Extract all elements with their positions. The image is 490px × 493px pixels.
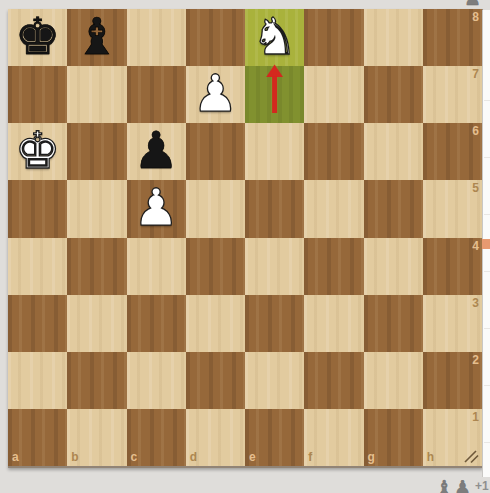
file-label-c: c <box>131 451 138 463</box>
square-f8[interactable] <box>304 9 363 66</box>
captured-bishop-icon: ♝ <box>436 476 453 493</box>
rank-label-6: 6 <box>472 125 479 137</box>
scroll-position-marker[interactable] <box>482 239 490 249</box>
square-h8[interactable]: 8 <box>423 9 482 66</box>
square-f2[interactable] <box>304 352 363 409</box>
square-f4[interactable] <box>304 238 363 295</box>
square-a6[interactable]: ♚ <box>8 123 67 180</box>
file-label-d: d <box>190 451 197 463</box>
square-d1[interactable]: d <box>186 409 245 466</box>
strip-divider <box>484 100 490 101</box>
square-f1[interactable]: f <box>304 409 363 466</box>
square-a2[interactable] <box>8 352 67 409</box>
square-c8[interactable] <box>127 9 186 66</box>
square-e5[interactable] <box>245 180 304 237</box>
square-c6[interactable]: ♟ <box>127 123 186 180</box>
file-label-f: f <box>308 451 312 463</box>
square-h3[interactable]: 3 <box>423 295 482 352</box>
square-d8[interactable] <box>186 9 245 66</box>
black-bishop[interactable]: ♝ <box>74 11 120 62</box>
square-e6[interactable] <box>245 123 304 180</box>
square-d7[interactable]: ♟ <box>186 66 245 123</box>
strip-divider <box>484 271 490 272</box>
square-b8[interactable]: ♝ <box>67 9 126 66</box>
square-c2[interactable] <box>127 352 186 409</box>
square-d5[interactable] <box>186 180 245 237</box>
black-pawn[interactable]: ♟ <box>133 125 179 176</box>
square-a8[interactable]: ♚ <box>8 9 67 66</box>
square-b6[interactable] <box>67 123 126 180</box>
square-c1[interactable]: c <box>127 409 186 466</box>
chess-app-viewport: ♚♝♞8♟7♚♟6♟5432abcdefg1h ♟ ♝♟+1 <box>0 0 490 493</box>
file-label-e: e <box>249 451 256 463</box>
square-a3[interactable] <box>8 295 67 352</box>
strip-divider <box>484 385 490 386</box>
square-d4[interactable] <box>186 238 245 295</box>
strip-divider <box>484 328 490 329</box>
square-d3[interactable] <box>186 295 245 352</box>
black-king[interactable]: ♚ <box>15 11 61 62</box>
square-h4[interactable]: 4 <box>423 238 482 295</box>
square-e3[interactable] <box>245 295 304 352</box>
square-a4[interactable] <box>8 238 67 295</box>
square-c3[interactable] <box>127 295 186 352</box>
square-h7[interactable]: 7 <box>423 66 482 123</box>
rank-label-2: 2 <box>472 354 479 366</box>
square-h6[interactable]: 6 <box>423 123 482 180</box>
material-advantage-badge: +1 <box>475 479 489 493</box>
square-c7[interactable] <box>127 66 186 123</box>
square-g3[interactable] <box>364 295 423 352</box>
white-pawn[interactable]: ♟ <box>133 182 179 233</box>
strip-divider <box>484 157 490 158</box>
board-grid: ♚♝♞8♟7♚♟6♟5432abcdefg1h <box>8 9 482 466</box>
square-f3[interactable] <box>304 295 363 352</box>
square-c4[interactable] <box>127 238 186 295</box>
rank-label-1: 1 <box>472 411 479 423</box>
square-a5[interactable] <box>8 180 67 237</box>
square-b3[interactable] <box>67 295 126 352</box>
captured-piece-icon: ♟ <box>464 0 481 9</box>
file-label-g: g <box>368 451 375 463</box>
square-e2[interactable] <box>245 352 304 409</box>
captured-tray-top: ♟ <box>464 0 482 10</box>
rank-label-5: 5 <box>472 182 479 194</box>
square-g7[interactable] <box>364 66 423 123</box>
square-e8[interactable]: ♞ <box>245 9 304 66</box>
square-d6[interactable] <box>186 123 245 180</box>
square-b4[interactable] <box>67 238 126 295</box>
square-e4[interactable] <box>245 238 304 295</box>
strip-divider <box>484 442 490 443</box>
square-g8[interactable] <box>364 9 423 66</box>
square-g2[interactable] <box>364 352 423 409</box>
square-b5[interactable] <box>67 180 126 237</box>
rank-label-7: 7 <box>472 68 479 80</box>
strip-divider <box>484 214 490 215</box>
file-label-a: a <box>12 451 19 463</box>
file-label-b: b <box>71 451 78 463</box>
square-d2[interactable] <box>186 352 245 409</box>
captured-tray-bottom: ♝♟+1 <box>436 476 489 493</box>
captured-piece-icons: ♝♟ <box>436 479 472 493</box>
chess-board: ♚♝♞8♟7♚♟6♟5432abcdefg1h <box>8 9 483 468</box>
white-knight[interactable]: ♞ <box>252 11 298 62</box>
square-a1[interactable]: a <box>8 409 67 466</box>
square-b7[interactable] <box>67 66 126 123</box>
square-f5[interactable] <box>304 180 363 237</box>
file-label-h: h <box>427 451 434 463</box>
captured-pawn-icon: ♟ <box>454 476 471 493</box>
square-h5[interactable]: 5 <box>423 180 482 237</box>
square-b1[interactable]: b <box>67 409 126 466</box>
square-g4[interactable] <box>364 238 423 295</box>
square-g6[interactable] <box>364 123 423 180</box>
square-c5[interactable]: ♟ <box>127 180 186 237</box>
square-f6[interactable] <box>304 123 363 180</box>
square-e1[interactable]: e <box>245 409 304 466</box>
square-a7[interactable] <box>8 66 67 123</box>
square-h2[interactable]: 2 <box>423 352 482 409</box>
rank-label-3: 3 <box>472 297 479 309</box>
white-pawn[interactable]: ♟ <box>193 68 239 119</box>
square-g1[interactable]: g <box>364 409 423 466</box>
square-f7[interactable] <box>304 66 363 123</box>
square-e7[interactable] <box>245 66 304 123</box>
square-b2[interactable] <box>67 352 126 409</box>
rank-label-8: 8 <box>472 11 479 23</box>
square-g5[interactable] <box>364 180 423 237</box>
white-king[interactable]: ♚ <box>15 125 61 176</box>
board-resize-handle[interactable] <box>463 449 480 464</box>
rank-label-4: 4 <box>472 240 479 252</box>
